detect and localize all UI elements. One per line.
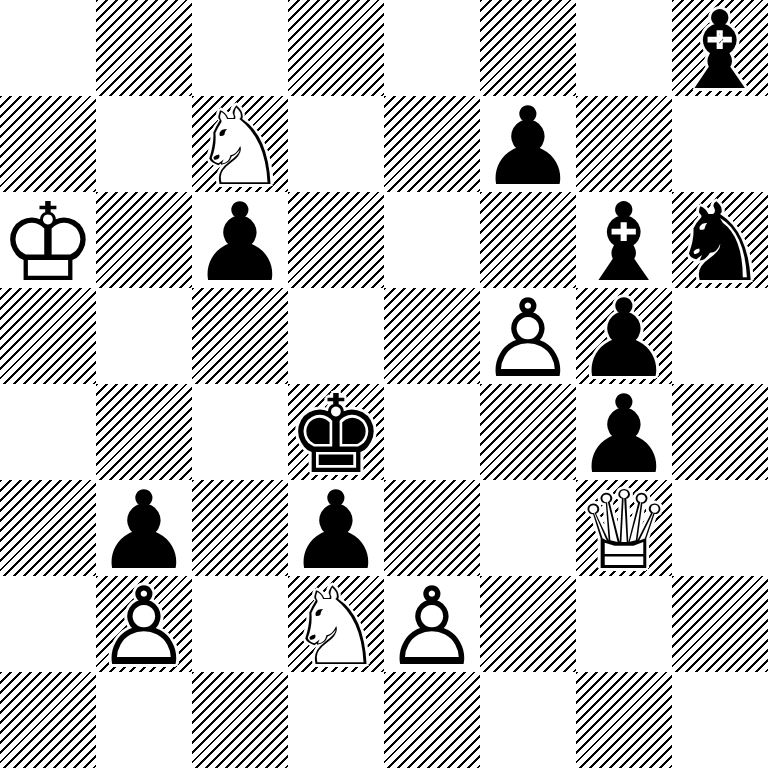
white-pawn-icon: ♙ [384, 579, 480, 672]
square-a2[interactable] [0, 576, 96, 672]
black-knight-piece[interactable]: ♞♞ [672, 192, 768, 288]
black-pawn-icon: ♟ [576, 387, 672, 480]
black-king-icon: ♚ [288, 387, 384, 480]
black-pawn-icon: ♟ [192, 195, 288, 288]
square-g4[interactable]: ♟♟ [576, 384, 672, 480]
square-e4[interactable] [384, 384, 480, 480]
square-b3[interactable]: ♟♟ [96, 480, 192, 576]
square-c7[interactable]: ♞♘ [192, 96, 288, 192]
square-f1[interactable] [480, 672, 576, 768]
square-d8[interactable] [288, 0, 384, 96]
square-e2[interactable]: ♟♙ [384, 576, 480, 672]
square-h6[interactable]: ♞♞ [672, 192, 768, 288]
square-c1[interactable] [192, 672, 288, 768]
white-knight-piece[interactable]: ♞♘ [288, 576, 384, 672]
square-a1[interactable] [0, 672, 96, 768]
square-f4[interactable] [480, 384, 576, 480]
square-b7[interactable] [96, 96, 192, 192]
square-d4[interactable]: ♚♚ [288, 384, 384, 480]
square-c5[interactable] [192, 288, 288, 384]
black-knight-icon: ♞ [672, 195, 768, 288]
square-h4[interactable] [672, 384, 768, 480]
square-g5[interactable]: ♟♟ [576, 288, 672, 384]
black-bishop-icon: ♝ [576, 195, 672, 288]
square-g3[interactable]: ♛♕ [576, 480, 672, 576]
square-b2[interactable]: ♟♙ [96, 576, 192, 672]
square-e3[interactable] [384, 480, 480, 576]
square-h7[interactable] [672, 96, 768, 192]
square-g6[interactable]: ♝♝ [576, 192, 672, 288]
black-pawn-icon: ♟ [288, 483, 384, 576]
black-pawn-piece[interactable]: ♟♟ [576, 384, 672, 480]
square-a7[interactable] [0, 96, 96, 192]
square-f3[interactable] [480, 480, 576, 576]
square-d7[interactable] [288, 96, 384, 192]
square-g1[interactable] [576, 672, 672, 768]
square-c2[interactable] [192, 576, 288, 672]
square-e6[interactable] [384, 192, 480, 288]
white-pawn-piece[interactable]: ♟♙ [96, 576, 192, 672]
square-f7[interactable]: ♟♟ [480, 96, 576, 192]
square-c6[interactable]: ♟♟ [192, 192, 288, 288]
white-knight-piece[interactable]: ♞♘ [192, 96, 288, 192]
square-h8[interactable]: ♝♝ [672, 0, 768, 96]
square-e1[interactable] [384, 672, 480, 768]
square-a6[interactable]: ♚♔ [0, 192, 96, 288]
white-knight-icon: ♘ [288, 579, 384, 672]
black-pawn-icon: ♟ [480, 99, 576, 192]
white-queen-icon: ♕ [576, 483, 672, 576]
square-g8[interactable] [576, 0, 672, 96]
square-c8[interactable] [192, 0, 288, 96]
square-a8[interactable] [0, 0, 96, 96]
square-h5[interactable] [672, 288, 768, 384]
square-d2[interactable]: ♞♘ [288, 576, 384, 672]
square-b6[interactable] [96, 192, 192, 288]
square-h3[interactable] [672, 480, 768, 576]
white-knight-icon: ♘ [192, 99, 288, 192]
white-pawn-piece[interactable]: ♟♙ [384, 576, 480, 672]
square-f8[interactable] [480, 0, 576, 96]
white-pawn-icon: ♙ [480, 291, 576, 384]
square-h2[interactable] [672, 576, 768, 672]
square-g7[interactable] [576, 96, 672, 192]
square-e8[interactable] [384, 0, 480, 96]
square-a3[interactable] [0, 480, 96, 576]
square-b4[interactable] [96, 384, 192, 480]
black-pawn-piece[interactable]: ♟♟ [576, 288, 672, 384]
square-c3[interactable] [192, 480, 288, 576]
chess-diagram: ♝♝♞♘♟♟♚♔♟♟♝♝♞♞♟♙♟♟♚♚♟♟♟♟♟♟♛♕♟♙♞♘♟♙ [0, 0, 768, 768]
square-b8[interactable] [96, 0, 192, 96]
square-f5[interactable]: ♟♙ [480, 288, 576, 384]
black-pawn-piece[interactable]: ♟♟ [192, 192, 288, 288]
black-bishop-piece[interactable]: ♝♝ [672, 0, 768, 96]
square-g2[interactable] [576, 576, 672, 672]
black-pawn-icon: ♟ [96, 483, 192, 576]
square-d1[interactable] [288, 672, 384, 768]
square-f2[interactable] [480, 576, 576, 672]
black-pawn-piece[interactable]: ♟♟ [96, 480, 192, 576]
black-pawn-icon: ♟ [576, 291, 672, 384]
black-bishop-icon: ♝ [672, 3, 768, 96]
white-king-piece[interactable]: ♚♔ [0, 192, 96, 288]
white-queen-piece[interactable]: ♛♕ [576, 480, 672, 576]
square-d5[interactable] [288, 288, 384, 384]
square-f6[interactable] [480, 192, 576, 288]
white-pawn-piece[interactable]: ♟♙ [480, 288, 576, 384]
black-pawn-piece[interactable]: ♟♟ [480, 96, 576, 192]
square-a5[interactable] [0, 288, 96, 384]
square-c4[interactable] [192, 384, 288, 480]
square-e5[interactable] [384, 288, 480, 384]
chess-board: ♝♝♞♘♟♟♚♔♟♟♝♝♞♞♟♙♟♟♚♚♟♟♟♟♟♟♛♕♟♙♞♘♟♙ [0, 0, 768, 768]
square-d3[interactable]: ♟♟ [288, 480, 384, 576]
black-king-piece[interactable]: ♚♚ [288, 384, 384, 480]
square-b5[interactable] [96, 288, 192, 384]
white-king-icon: ♔ [0, 195, 96, 288]
square-b1[interactable] [96, 672, 192, 768]
square-a4[interactable] [0, 384, 96, 480]
square-d6[interactable] [288, 192, 384, 288]
black-pawn-piece[interactable]: ♟♟ [288, 480, 384, 576]
square-e7[interactable] [384, 96, 480, 192]
black-bishop-piece[interactable]: ♝♝ [576, 192, 672, 288]
square-h1[interactable] [672, 672, 768, 768]
white-pawn-icon: ♙ [96, 579, 192, 672]
